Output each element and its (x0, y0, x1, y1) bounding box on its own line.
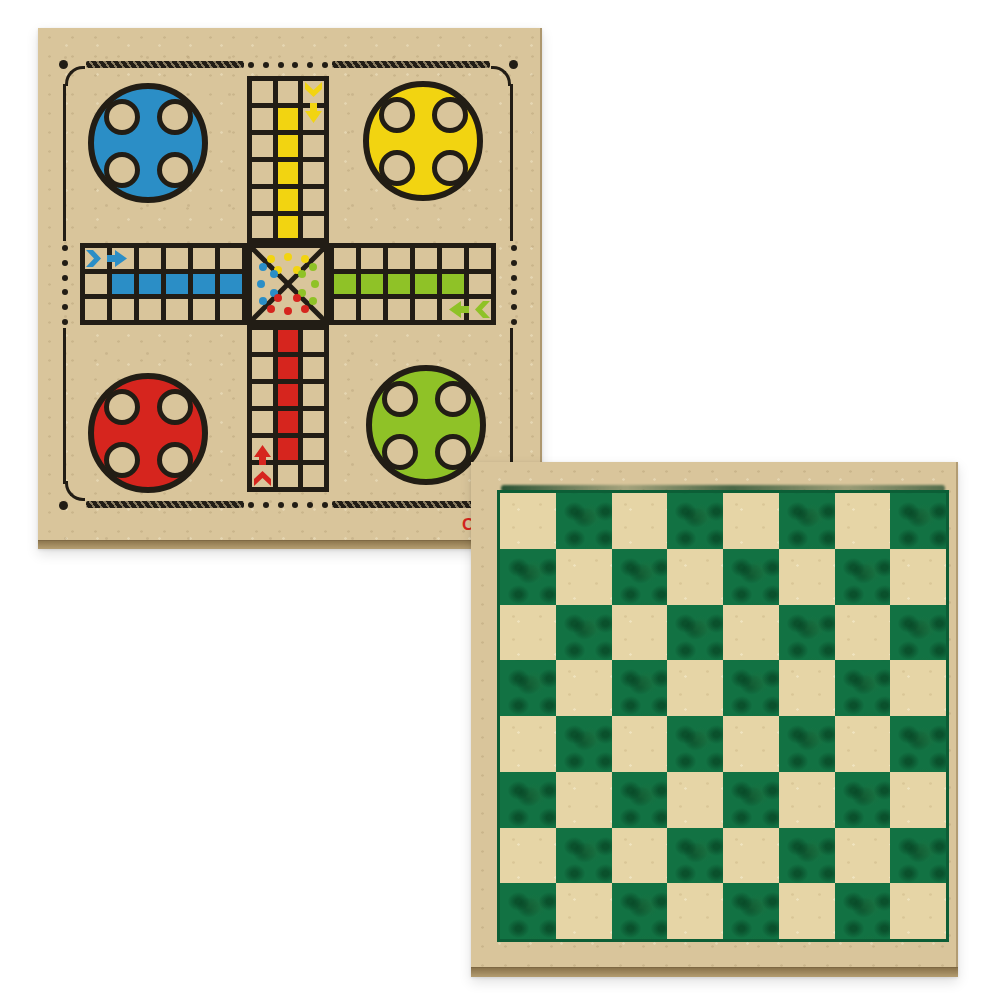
frame-dot (307, 62, 313, 68)
ludo-track-cell (278, 162, 299, 184)
frame-dot (248, 502, 254, 508)
chess-square-green (556, 716, 612, 772)
ludo-track-cell (252, 189, 273, 211)
frame-dot (263, 502, 269, 508)
center-dot-yellow (301, 255, 309, 263)
ludo-track-cell (278, 465, 299, 487)
frame-line-left-upper (63, 84, 66, 241)
frame-corner-flourish (65, 66, 85, 86)
chess-square-light (667, 772, 723, 828)
chess-square-green (890, 828, 946, 884)
ludo-track-cell (193, 274, 215, 295)
chess-square-green (779, 716, 835, 772)
chess-square-light (500, 605, 556, 661)
ludo-track-cell (303, 189, 324, 211)
chess-square-green (779, 828, 835, 884)
chess-square-green (612, 883, 668, 939)
home-pip (104, 389, 140, 425)
chess-square-green (500, 549, 556, 605)
frame-dot (248, 62, 254, 68)
center-dot-yellow (267, 255, 275, 263)
ludo-track-cell (278, 189, 299, 211)
frame-band-bottom-right (332, 501, 490, 508)
chess-square-green (556, 605, 612, 661)
frame-dot (278, 62, 284, 68)
chess-square-light (723, 605, 779, 661)
frame-dots-bottom (248, 502, 328, 508)
chess-square-green (612, 772, 668, 828)
ludo-track-cell (303, 411, 324, 433)
home-pip (157, 389, 193, 425)
frame-band-bottom-left (86, 501, 244, 508)
ludo-track-cell (193, 248, 215, 269)
ludo-track-cell (139, 274, 161, 295)
center-dot-green (298, 270, 306, 278)
ludo-track-cell (469, 248, 491, 269)
frame-dot (322, 502, 328, 508)
frame-dots-left (62, 245, 68, 325)
chess-square-green (779, 493, 835, 549)
chess-square-light (890, 883, 946, 939)
ludo-track-cell (278, 216, 299, 238)
center-dot-red (267, 305, 275, 313)
frame-dot (511, 319, 517, 325)
ludo-track-cell (278, 330, 299, 352)
frame-dot (62, 260, 68, 266)
ludo-track-cell (278, 438, 299, 460)
ludo-board-face: C (38, 28, 542, 540)
frame-corner-dot (59, 60, 68, 69)
chess-square-green (890, 716, 946, 772)
ludo-track-cell (278, 384, 299, 406)
ludo-track-cell (220, 299, 242, 320)
ludo-track-cell (85, 299, 107, 320)
ludo-home-blue (88, 83, 208, 203)
center-dot-red (293, 294, 301, 302)
ludo-track-cell (278, 357, 299, 379)
ludo-track-cell (252, 384, 273, 406)
chess-square-green (556, 828, 612, 884)
frame-dot (292, 62, 298, 68)
frame-dot (62, 289, 68, 295)
chess-square-light (556, 660, 612, 716)
center-dot-blue (259, 263, 267, 271)
ludo-track-cell (252, 411, 273, 433)
home-pip (432, 97, 468, 133)
chess-square-green (723, 549, 779, 605)
home-pip (157, 152, 193, 188)
frame-corner-flourish (491, 66, 511, 86)
frame-corner-dot (509, 60, 518, 69)
ludo-track-cell (361, 274, 383, 295)
chess-square-light (835, 605, 891, 661)
chess-square-light (779, 772, 835, 828)
ludo-track-cell (303, 384, 324, 406)
chess-square-green (723, 772, 779, 828)
chess-square-light (835, 716, 891, 772)
chess-square-green (890, 605, 946, 661)
chess-square-light (835, 493, 891, 549)
ludo-track-cell (252, 162, 273, 184)
chess-board[interactable] (471, 462, 958, 977)
frame-band-top-right (332, 61, 490, 68)
home-pip (104, 152, 140, 188)
frame-line-right-lower (510, 328, 513, 484)
ludo-track-cell (415, 299, 437, 320)
center-dot-yellow (284, 253, 292, 261)
chess-square-light (723, 493, 779, 549)
center-dot-red (301, 305, 309, 313)
chess-square-light (779, 660, 835, 716)
frame-line-right-upper (510, 84, 513, 241)
chess-square-light (556, 549, 612, 605)
ludo-center-dots (252, 248, 324, 320)
chess-square-green (835, 660, 891, 716)
ludo-track-cell (252, 108, 273, 130)
ludo-track-cell (388, 248, 410, 269)
chess-square-green (556, 493, 612, 549)
chess-square-light (667, 660, 723, 716)
center-dot-green (311, 280, 319, 288)
chess-square-light (779, 549, 835, 605)
frame-dot (511, 304, 517, 310)
frame-line-left-lower (63, 328, 66, 484)
ludo-track-cell (303, 216, 324, 238)
chess-square-light (500, 493, 556, 549)
chess-square-light (723, 828, 779, 884)
chess-square-green (835, 772, 891, 828)
frame-dot (62, 245, 68, 251)
ludo-track-cell (415, 248, 437, 269)
home-pip (382, 381, 418, 417)
ludo-track-cell (220, 274, 242, 295)
home-pip (435, 381, 471, 417)
center-dot-blue (257, 280, 265, 288)
chess-square-green (667, 493, 723, 549)
ludo-track-cell (252, 216, 273, 238)
start-arrow-red-up-icon (252, 438, 273, 487)
frame-dot (292, 502, 298, 508)
ludo-track-cell (252, 357, 273, 379)
chess-square-green (835, 549, 891, 605)
chess-square-light (779, 883, 835, 939)
chess-square-green (500, 772, 556, 828)
ludo-board[interactable]: C (38, 28, 542, 549)
frame-dot (511, 289, 517, 295)
ludo-track-cell (388, 299, 410, 320)
ludo-track-cell (139, 248, 161, 269)
chess-square-green (667, 605, 723, 661)
chess-square-green (500, 660, 556, 716)
chess-grid (497, 490, 949, 942)
chess-square-light (556, 883, 612, 939)
ludo-track-cell (303, 465, 324, 487)
center-dot-green (309, 263, 317, 271)
chess-square-light (612, 716, 668, 772)
ludo-track-cell (303, 330, 324, 352)
ludo-track-cell (166, 299, 188, 320)
chess-board-face (471, 462, 958, 967)
frame-dot (307, 502, 313, 508)
ludo-track-cell (166, 274, 188, 295)
chess-square-green (835, 883, 891, 939)
chess-board-side-edge (471, 967, 958, 977)
home-pip (379, 150, 415, 186)
ludo-track-cell (252, 330, 273, 352)
start-arrow-blue-right-icon (85, 248, 134, 269)
chess-square-light (612, 493, 668, 549)
home-pip (157, 442, 193, 478)
ludo-track-cell (252, 81, 273, 103)
ludo-track-cell (303, 162, 324, 184)
ludo-track-cell (469, 274, 491, 295)
ludo-center-square (247, 243, 329, 325)
chess-square-green (779, 605, 835, 661)
ludo-track-cell (278, 411, 299, 433)
chess-square-light (667, 549, 723, 605)
chess-square-light (890, 660, 946, 716)
start-arrow-yellow-down-icon (303, 81, 324, 130)
home-pip (379, 97, 415, 133)
chess-square-light (890, 772, 946, 828)
ludo-track-cell (252, 135, 273, 157)
frame-dot (511, 260, 517, 266)
ludo-track-cell (85, 274, 107, 295)
frame-dots-right (511, 245, 517, 325)
center-dot-red (284, 307, 292, 315)
chess-square-green (612, 549, 668, 605)
ludo-track-cell (278, 81, 299, 103)
home-pip (435, 434, 471, 470)
ludo-track-cell (193, 299, 215, 320)
ludo-track-cell (112, 274, 134, 295)
chess-square-light (723, 716, 779, 772)
frame-dot (62, 304, 68, 310)
ludo-track-cell (303, 438, 324, 460)
frame-dot (278, 502, 284, 508)
ludo-track-cell (361, 299, 383, 320)
product-photo: C (0, 0, 1000, 1000)
frame-band-top-left (86, 61, 244, 68)
start-arrow-green-left-icon (442, 299, 491, 320)
center-dot-red (274, 294, 282, 302)
frame-dot (322, 62, 328, 68)
ludo-track-cell (303, 357, 324, 379)
home-pip (104, 442, 140, 478)
frame-dots-top (248, 62, 328, 68)
ludo-track-cell (112, 299, 134, 320)
chess-square-light (890, 549, 946, 605)
chess-square-green (500, 883, 556, 939)
center-dot-green (309, 297, 317, 305)
ludo-track-cell (388, 274, 410, 295)
ludo-track-cell (442, 248, 464, 269)
ludo-track-cell (139, 299, 161, 320)
ludo-track-cell (361, 248, 383, 269)
home-pip (104, 99, 140, 135)
ludo-track-cell (278, 135, 299, 157)
chess-square-light (612, 605, 668, 661)
center-dot-blue (270, 270, 278, 278)
chess-square-light (500, 828, 556, 884)
ludo-board-side-edge (38, 540, 542, 549)
center-dot-blue (259, 297, 267, 305)
home-pip (382, 434, 418, 470)
ludo-track-cell (220, 248, 242, 269)
ludo-track-cell (334, 274, 356, 295)
ludo-track-cell (442, 274, 464, 295)
ludo-home-yellow (363, 81, 483, 201)
chess-square-light (835, 828, 891, 884)
ludo-track-cell (303, 135, 324, 157)
frame-dot (62, 319, 68, 325)
ludo-track-cell (334, 248, 356, 269)
chess-square-green (723, 660, 779, 716)
chess-square-light (667, 883, 723, 939)
ludo-track-cell (334, 299, 356, 320)
chess-square-green (667, 828, 723, 884)
frame-corner-flourish (65, 481, 85, 501)
chess-square-green (890, 493, 946, 549)
frame-dot (62, 275, 68, 281)
chess-square-green (667, 716, 723, 772)
ludo-track-cell (415, 274, 437, 295)
chess-square-light (612, 828, 668, 884)
frame-dot (511, 275, 517, 281)
chess-square-green (612, 660, 668, 716)
home-pip (432, 150, 468, 186)
chess-square-green (723, 883, 779, 939)
ludo-home-red (88, 373, 208, 493)
ludo-track-cell (278, 108, 299, 130)
chess-square-light (556, 772, 612, 828)
frame-corner-dot (59, 501, 68, 510)
home-pip (157, 99, 193, 135)
chess-square-light (500, 716, 556, 772)
frame-dot (263, 62, 269, 68)
ludo-home-green (366, 365, 486, 485)
ludo-track-cell (166, 248, 188, 269)
frame-dot (511, 245, 517, 251)
